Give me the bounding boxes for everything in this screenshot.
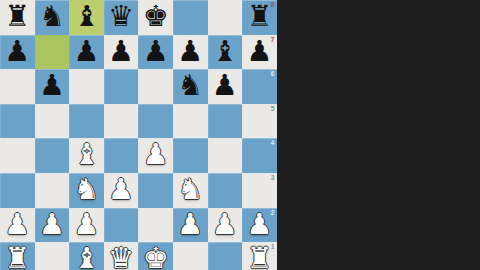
square-e3[interactable] — [138, 173, 173, 208]
square-f6[interactable]: ♞ — [173, 69, 208, 104]
square-f2[interactable]: ♟ — [173, 208, 208, 243]
piece-black-rook[interactable]: ♜ — [0, 0, 35, 35]
piece-white-pawn[interactable]: ♟ — [208, 208, 243, 243]
rank-coordinate: 5 — [271, 105, 275, 112]
piece-white-rook[interactable]: ♜ — [0, 242, 35, 270]
rank-coordinate: 2 — [271, 209, 275, 216]
square-f8[interactable] — [173, 0, 208, 35]
square-h6[interactable]: 6 — [242, 69, 277, 104]
chess-board: ♜♞♝♛♚♜8♟♟♟♟♟♝♟7♟♞♟65♝♟4♞♟♞3♟♟♟♟♟♟2♜♝♛♚♜1 — [0, 0, 277, 270]
square-c7[interactable]: ♟ — [69, 35, 104, 70]
square-e7[interactable]: ♟ — [138, 35, 173, 70]
piece-white-knight[interactable]: ♞ — [173, 173, 208, 208]
square-h2[interactable]: ♟2 — [242, 208, 277, 243]
piece-white-king[interactable]: ♚ — [138, 242, 173, 270]
square-d4[interactable] — [104, 138, 139, 173]
square-g3[interactable] — [208, 173, 243, 208]
square-e1[interactable]: ♚ — [138, 242, 173, 270]
rank-coordinate: 8 — [271, 1, 275, 8]
piece-black-pawn[interactable]: ♟ — [208, 69, 243, 104]
piece-black-pawn[interactable]: ♟ — [104, 35, 139, 70]
square-c1[interactable]: ♝ — [69, 242, 104, 270]
square-a8[interactable]: ♜ — [0, 0, 35, 35]
app-screen: ♜♞♝♛♚♜8♟♟♟♟♟♝♟7♟♞♟65♝♟4♞♟♞3♟♟♟♟♟♟2♜♝♛♚♜1… — [0, 0, 480, 270]
square-a1[interactable]: ♜ — [0, 242, 35, 270]
square-c5[interactable] — [69, 104, 104, 139]
piece-white-pawn[interactable]: ♟ — [0, 208, 35, 243]
square-h7[interactable]: ♟7 — [242, 35, 277, 70]
square-b2[interactable]: ♟ — [35, 208, 70, 243]
piece-white-pawn[interactable]: ♟ — [173, 208, 208, 243]
square-e2[interactable] — [138, 208, 173, 243]
piece-white-bishop[interactable]: ♝ — [69, 138, 104, 173]
piece-white-pawn[interactable]: ♟ — [138, 138, 173, 173]
piece-black-pawn[interactable]: ♟ — [173, 35, 208, 70]
square-f3[interactable]: ♞ — [173, 173, 208, 208]
piece-black-king[interactable]: ♚ — [138, 0, 173, 35]
square-h3[interactable]: 3 — [242, 173, 277, 208]
square-c6[interactable] — [69, 69, 104, 104]
square-g2[interactable]: ♟ — [208, 208, 243, 243]
rank-coordinate: 4 — [271, 139, 275, 146]
square-h1[interactable]: ♜1 — [242, 242, 277, 270]
square-e6[interactable] — [138, 69, 173, 104]
square-g5[interactable] — [208, 104, 243, 139]
piece-white-pawn[interactable]: ♟ — [35, 208, 70, 243]
piece-white-knight[interactable]: ♞ — [69, 173, 104, 208]
square-h4[interactable]: 4 — [242, 138, 277, 173]
square-c2[interactable]: ♟ — [69, 208, 104, 243]
piece-white-queen[interactable]: ♛ — [104, 242, 139, 270]
square-d7[interactable]: ♟ — [104, 35, 139, 70]
square-d2[interactable] — [104, 208, 139, 243]
square-c4[interactable]: ♝ — [69, 138, 104, 173]
square-a2[interactable]: ♟ — [0, 208, 35, 243]
square-g8[interactable] — [208, 0, 243, 35]
square-b8[interactable]: ♞ — [35, 0, 70, 35]
square-b7[interactable] — [35, 35, 70, 70]
square-b3[interactable] — [35, 173, 70, 208]
square-d8[interactable]: ♛ — [104, 0, 139, 35]
piece-black-pawn[interactable]: ♟ — [0, 35, 35, 70]
piece-black-pawn[interactable]: ♟ — [69, 35, 104, 70]
square-g7[interactable]: ♝ — [208, 35, 243, 70]
square-b1[interactable] — [35, 242, 70, 270]
square-a6[interactable] — [0, 69, 35, 104]
square-c8[interactable]: ♝ — [69, 0, 104, 35]
square-a7[interactable]: ♟ — [0, 35, 35, 70]
square-a3[interactable] — [0, 173, 35, 208]
square-b4[interactable] — [35, 138, 70, 173]
square-f1[interactable] — [173, 242, 208, 270]
square-f5[interactable] — [173, 104, 208, 139]
square-d3[interactable]: ♟ — [104, 173, 139, 208]
square-f7[interactable]: ♟ — [173, 35, 208, 70]
side-panel: 03:40 CheTheChesser 1740-6 ↻«‹›»△ 3♘c3♗g… — [277, 0, 480, 270]
square-e5[interactable] — [138, 104, 173, 139]
square-e4[interactable]: ♟ — [138, 138, 173, 173]
rank-coordinate: 7 — [271, 36, 275, 43]
square-f4[interactable] — [173, 138, 208, 173]
square-d5[interactable] — [104, 104, 139, 139]
piece-black-knight[interactable]: ♞ — [173, 69, 208, 104]
piece-black-pawn[interactable]: ♟ — [138, 35, 173, 70]
square-a4[interactable] — [0, 138, 35, 173]
piece-black-pawn[interactable]: ♟ — [35, 69, 70, 104]
square-g6[interactable]: ♟ — [208, 69, 243, 104]
piece-black-bishop[interactable]: ♝ — [208, 35, 243, 70]
piece-white-pawn[interactable]: ♟ — [69, 208, 104, 243]
square-d1[interactable]: ♛ — [104, 242, 139, 270]
piece-black-bishop[interactable]: ♝ — [69, 0, 104, 35]
square-d6[interactable] — [104, 69, 139, 104]
square-a5[interactable] — [0, 104, 35, 139]
square-b6[interactable]: ♟ — [35, 69, 70, 104]
piece-black-queen[interactable]: ♛ — [104, 0, 139, 35]
rank-coordinate: 3 — [271, 174, 275, 181]
square-b5[interactable] — [35, 104, 70, 139]
piece-white-bishop[interactable]: ♝ — [69, 242, 104, 270]
square-g4[interactable] — [208, 138, 243, 173]
square-g1[interactable] — [208, 242, 243, 270]
square-e8[interactable]: ♚ — [138, 0, 173, 35]
piece-white-pawn[interactable]: ♟ — [104, 173, 139, 208]
square-c3[interactable]: ♞ — [69, 173, 104, 208]
square-h5[interactable]: 5 — [242, 104, 277, 139]
piece-black-knight[interactable]: ♞ — [35, 0, 70, 35]
square-h8[interactable]: ♜8 — [242, 0, 277, 35]
rank-coordinate: 1 — [271, 243, 275, 250]
rank-coordinate: 6 — [271, 70, 275, 77]
